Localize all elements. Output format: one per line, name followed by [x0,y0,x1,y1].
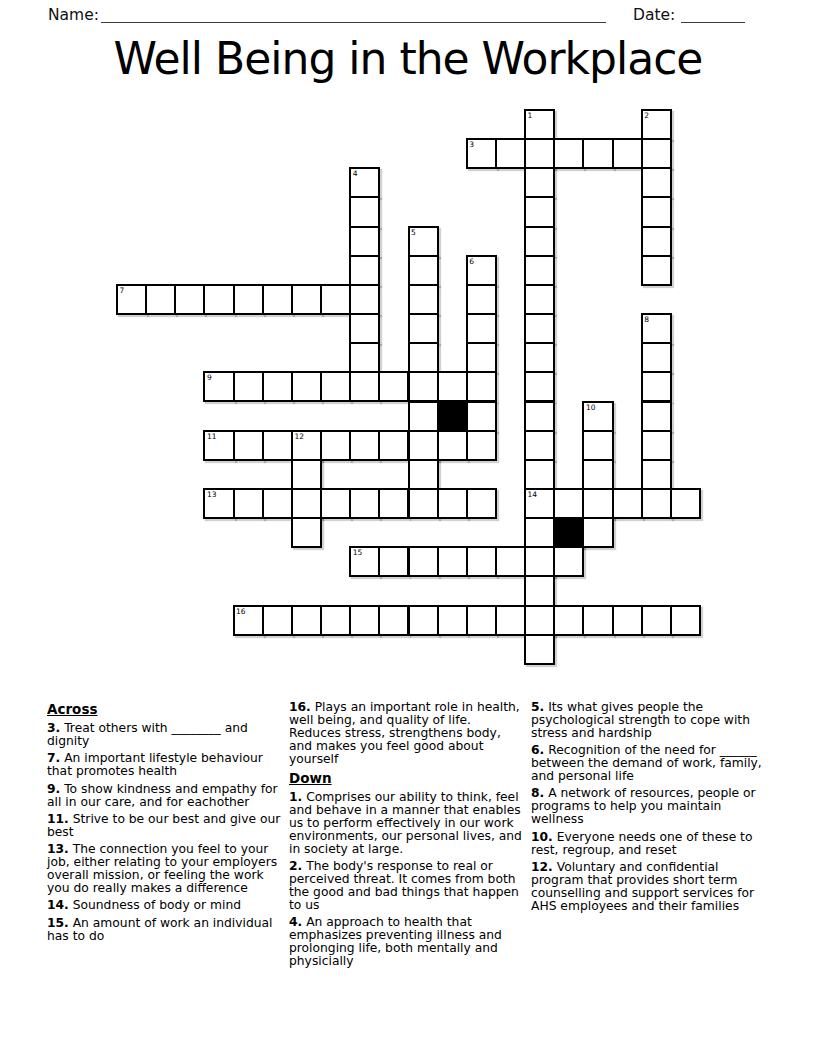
clue-number-8: 8 [644,315,649,324]
clue-number-7: 7 [120,286,125,295]
cell-r12c18[interactable] [641,459,672,490]
cell-r1c16[interactable] [582,138,613,169]
clue-across-16-number: 16. [289,700,311,714]
blocked-cell-r10c11 [437,401,468,432]
cell-r11c7[interactable] [320,430,351,461]
cell-r13c12[interactable] [466,488,497,519]
cell-r11c11[interactable] [437,430,468,461]
cell-r10c16[interactable]: 10 [582,401,613,432]
name-input-line[interactable] [101,22,606,23]
cell-r12c6[interactable] [291,459,322,490]
clue-across-15-number: 15. [47,916,69,930]
cell-r6c1[interactable] [145,284,176,315]
clue-down-12-number: 12. [531,860,553,874]
cell-r15c8[interactable]: 15 [349,546,380,577]
cell-r9c12[interactable] [466,371,497,402]
clue-down-1-number: 1. [289,790,302,804]
cell-r5c12[interactable]: 6 [466,255,497,286]
cell-r17c17[interactable] [612,605,643,636]
cell-r17c9[interactable] [378,605,409,636]
clue-number-15: 15 [353,548,363,557]
cell-r13c10[interactable] [408,488,439,519]
cell-r12c16[interactable] [582,459,613,490]
cell-r6c0[interactable]: 7 [116,284,147,315]
cell-r12c10[interactable] [408,459,439,490]
cell-r3c8[interactable] [349,196,380,227]
cell-r13c16[interactable] [582,488,613,519]
down-header: Down [289,770,523,786]
cell-r11c12[interactable] [466,430,497,461]
cell-r0c18[interactable]: 2 [641,109,672,140]
cell-r12c14[interactable] [524,459,555,490]
cell-r7c18[interactable]: 8 [641,313,672,344]
clue-across-7-number: 7. [47,751,60,765]
cell-r11c16[interactable] [582,430,613,461]
clue-down-2-number: 2. [289,859,302,873]
cell-r5c14[interactable] [524,255,555,286]
cell-r10c14[interactable] [524,401,555,432]
cell-r9c7[interactable] [320,371,351,402]
cell-r6c3[interactable] [203,284,234,315]
cell-r6c8[interactable] [349,284,380,315]
cell-r17c14[interactable] [524,605,555,636]
clue-number-13: 13 [207,490,217,499]
cell-r13c7[interactable] [320,488,351,519]
cell-r4c14[interactable] [524,226,555,257]
cell-r11c4[interactable] [233,430,264,461]
cell-r17c4[interactable]: 16 [233,605,264,636]
cell-r13c17[interactable] [612,488,643,519]
clue-number-9: 9 [207,373,212,382]
across-header: Across [47,701,281,717]
cell-r8c12[interactable] [466,342,497,373]
cell-r6c7[interactable] [320,284,351,315]
across-clues-list: 3. Treat others with ________ and dignit… [47,722,281,943]
cell-r2c8[interactable]: 4 [349,167,380,198]
clue-down-8-number: 8. [531,786,544,800]
cell-r11c10[interactable] [408,430,439,461]
cell-r8c18[interactable] [641,342,672,373]
clue-down-8: 8. A network of resources, people or pro… [531,787,765,826]
clue-across-14-number: 14. [47,898,69,912]
cell-r18c14[interactable] [524,634,555,665]
blocked-cell-r14c15 [553,517,584,548]
cell-r15c9[interactable] [378,546,409,577]
cell-r8c14[interactable] [524,342,555,373]
cell-r13c8[interactable] [349,488,380,519]
clue-number-1: 1 [528,111,533,120]
cell-r7c14[interactable] [524,313,555,344]
cell-r6c4[interactable] [233,284,264,315]
cell-r16c14[interactable] [524,575,555,606]
cell-r10c12[interactable] [466,401,497,432]
clue-down-4: 4. An approach to health that emphasizes… [289,916,523,968]
cell-r4c10[interactable]: 5 [408,226,439,257]
cell-r1c14[interactable] [524,138,555,169]
cell-r9c14[interactable] [524,371,555,402]
cell-r11c3[interactable]: 11 [203,430,234,461]
clue-number-14: 14 [528,490,538,499]
cell-r17c10[interactable] [408,605,439,636]
cell-r13c3[interactable]: 13 [203,488,234,519]
clue-across-13: 13. The connection you feel to your job,… [47,843,281,895]
clue-number-3: 3 [469,140,474,149]
cell-r17c8[interactable] [349,605,380,636]
cell-r17c15[interactable] [553,605,584,636]
clue-down-10: 10. Everyone needs one of these to rest,… [531,831,765,857]
cell-r14c16[interactable] [582,517,613,548]
cell-r7c8[interactable] [349,313,380,344]
cell-r6c6[interactable] [291,284,322,315]
cell-r5c8[interactable] [349,255,380,286]
clue-across-9-number: 9. [47,782,60,796]
cell-r1c13[interactable] [495,138,526,169]
cell-r17c13[interactable] [495,605,526,636]
clue-number-12: 12 [294,432,304,441]
cell-r13c14[interactable]: 14 [524,488,555,519]
clue-across-3-number: 3. [47,721,60,735]
cell-r1c18[interactable] [641,138,672,169]
cell-r13c15[interactable] [553,488,584,519]
clue-area: Across 3. Treat others with ________ and… [47,701,769,972]
puzzle-title: Well Being in the Workplace [0,33,816,84]
cell-r9c9[interactable] [378,371,409,402]
clue-down-2: 2. The body's response to real or percei… [289,860,523,912]
cell-r17c11[interactable] [437,605,468,636]
cell-r14c14[interactable] [524,517,555,548]
cell-r15c13[interactable] [495,546,526,577]
clue-across-11-number: 11. [47,812,69,826]
clue-down-6-number: 6. [531,743,544,757]
cell-r13c4[interactable] [233,488,264,519]
cell-r13c5[interactable] [262,488,293,519]
cell-r13c18[interactable] [641,488,672,519]
cell-r9c10[interactable] [408,371,439,402]
cell-r6c2[interactable] [174,284,205,315]
cell-r10c18[interactable] [641,401,672,432]
clue-column-3: 5. Its what gives people the psychologic… [531,701,765,972]
cell-r7c10[interactable] [408,313,439,344]
clue-down-5-number: 5. [531,700,544,714]
cell-r17c5[interactable] [262,605,293,636]
cell-r3c14[interactable] [524,196,555,227]
cell-r17c19[interactable] [670,605,701,636]
clue-down-12: 12. Voluntary and confidential program t… [531,861,765,913]
cell-r1c17[interactable] [612,138,643,169]
cell-r17c18[interactable] [641,605,672,636]
cell-r11c14[interactable] [524,430,555,461]
cell-r17c6[interactable] [291,605,322,636]
across-clues-overflow-list: 16. Plays an important role in health, w… [289,701,523,766]
clue-across-11: 11. Strive to be our best and give our b… [47,813,281,839]
cell-r9c18[interactable] [641,371,672,402]
clue-across-16: 16. Plays an important role in health, w… [289,701,523,766]
cell-r6c14[interactable] [524,284,555,315]
clue-across-15: 15. An amount of work an individual has … [47,917,281,943]
cell-r8c8[interactable] [349,342,380,373]
cell-r15c10[interactable] [408,546,439,577]
cell-r17c16[interactable] [582,605,613,636]
cell-r9c4[interactable] [233,371,264,402]
clue-column-1: Across 3. Treat others with ________ and… [47,701,281,972]
cell-r9c6[interactable] [291,371,322,402]
cell-r3c18[interactable] [641,196,672,227]
clue-across-13-number: 13. [47,842,69,856]
clue-number-6: 6 [469,257,474,266]
cell-r11c9[interactable] [378,430,409,461]
cell-r9c5[interactable] [262,371,293,402]
cell-r13c11[interactable] [437,488,468,519]
cell-r2c14[interactable] [524,167,555,198]
clue-number-10: 10 [586,403,596,412]
cell-r4c18[interactable] [641,226,672,257]
name-label: Name: [48,6,99,24]
clue-across-14: 14. Soundness of body or mind [47,899,281,912]
cell-r5c10[interactable] [408,255,439,286]
cell-r17c7[interactable] [320,605,351,636]
cell-r13c9[interactable] [378,488,409,519]
cell-r15c15[interactable] [553,546,584,577]
clue-across-9: 9. To show kindness and empathy for all … [47,783,281,809]
clue-across-3: 3. Treat others with ________ and dignit… [47,722,281,748]
clue-down-5: 5. Its what gives people the psychologic… [531,701,765,740]
cell-r1c15[interactable] [553,138,584,169]
clue-down-10-number: 10. [531,830,553,844]
cell-r9c11[interactable] [437,371,468,402]
cell-r11c6[interactable]: 12 [291,430,322,461]
cell-r13c6[interactable] [291,488,322,519]
clue-across-7: 7. An important lifestyle behaviour that… [47,752,281,778]
clue-down-1: 1. Comprises our ability to think, feel … [289,791,523,856]
cell-r14c6[interactable] [291,517,322,548]
clue-number-11: 11 [207,432,217,441]
down-clues-list: 1. Comprises our ability to think, feel … [289,791,523,968]
cell-r11c18[interactable] [641,430,672,461]
clue-number-5: 5 [411,228,416,237]
cell-r17c12[interactable] [466,605,497,636]
clue-column-2: 16. Plays an important role in health, w… [289,701,523,972]
cell-r6c5[interactable] [262,284,293,315]
cell-r5c18[interactable] [641,255,672,286]
cell-r6c10[interactable] [408,284,439,315]
clue-down-4-number: 4. [289,915,302,929]
cell-r2c18[interactable] [641,167,672,198]
worksheet-page: Name: Date: Well Being in the Workplace … [0,0,816,1056]
cell-r10c10[interactable] [408,401,439,432]
clue-number-4: 4 [353,169,358,178]
date-input-line[interactable] [681,22,745,23]
date-label: Date: [633,6,675,24]
cell-r15c14[interactable] [524,546,555,577]
cell-r4c8[interactable] [349,226,380,257]
cell-r9c8[interactable] [349,371,380,402]
clue-number-2: 2 [644,111,649,120]
cell-r0c14[interactable]: 1 [524,109,555,140]
cell-r15c11[interactable] [437,546,468,577]
cell-r1c12[interactable]: 3 [466,138,497,169]
cell-r15c12[interactable] [466,546,497,577]
cell-r13c19[interactable] [670,488,701,519]
clue-down-6: 6. Recognition of the need for ______ be… [531,744,765,783]
down-clues-overflow-list: 5. Its what gives people the psychologic… [531,701,765,913]
cell-r9c3[interactable]: 9 [203,371,234,402]
cell-r8c10[interactable] [408,342,439,373]
cell-r7c12[interactable] [466,313,497,344]
clue-number-16: 16 [236,607,246,616]
crossword-grid: 12345678910111213141516 [117,110,701,665]
cell-r11c5[interactable] [262,430,293,461]
cell-r6c12[interactable] [466,284,497,315]
cell-r11c8[interactable] [349,430,380,461]
